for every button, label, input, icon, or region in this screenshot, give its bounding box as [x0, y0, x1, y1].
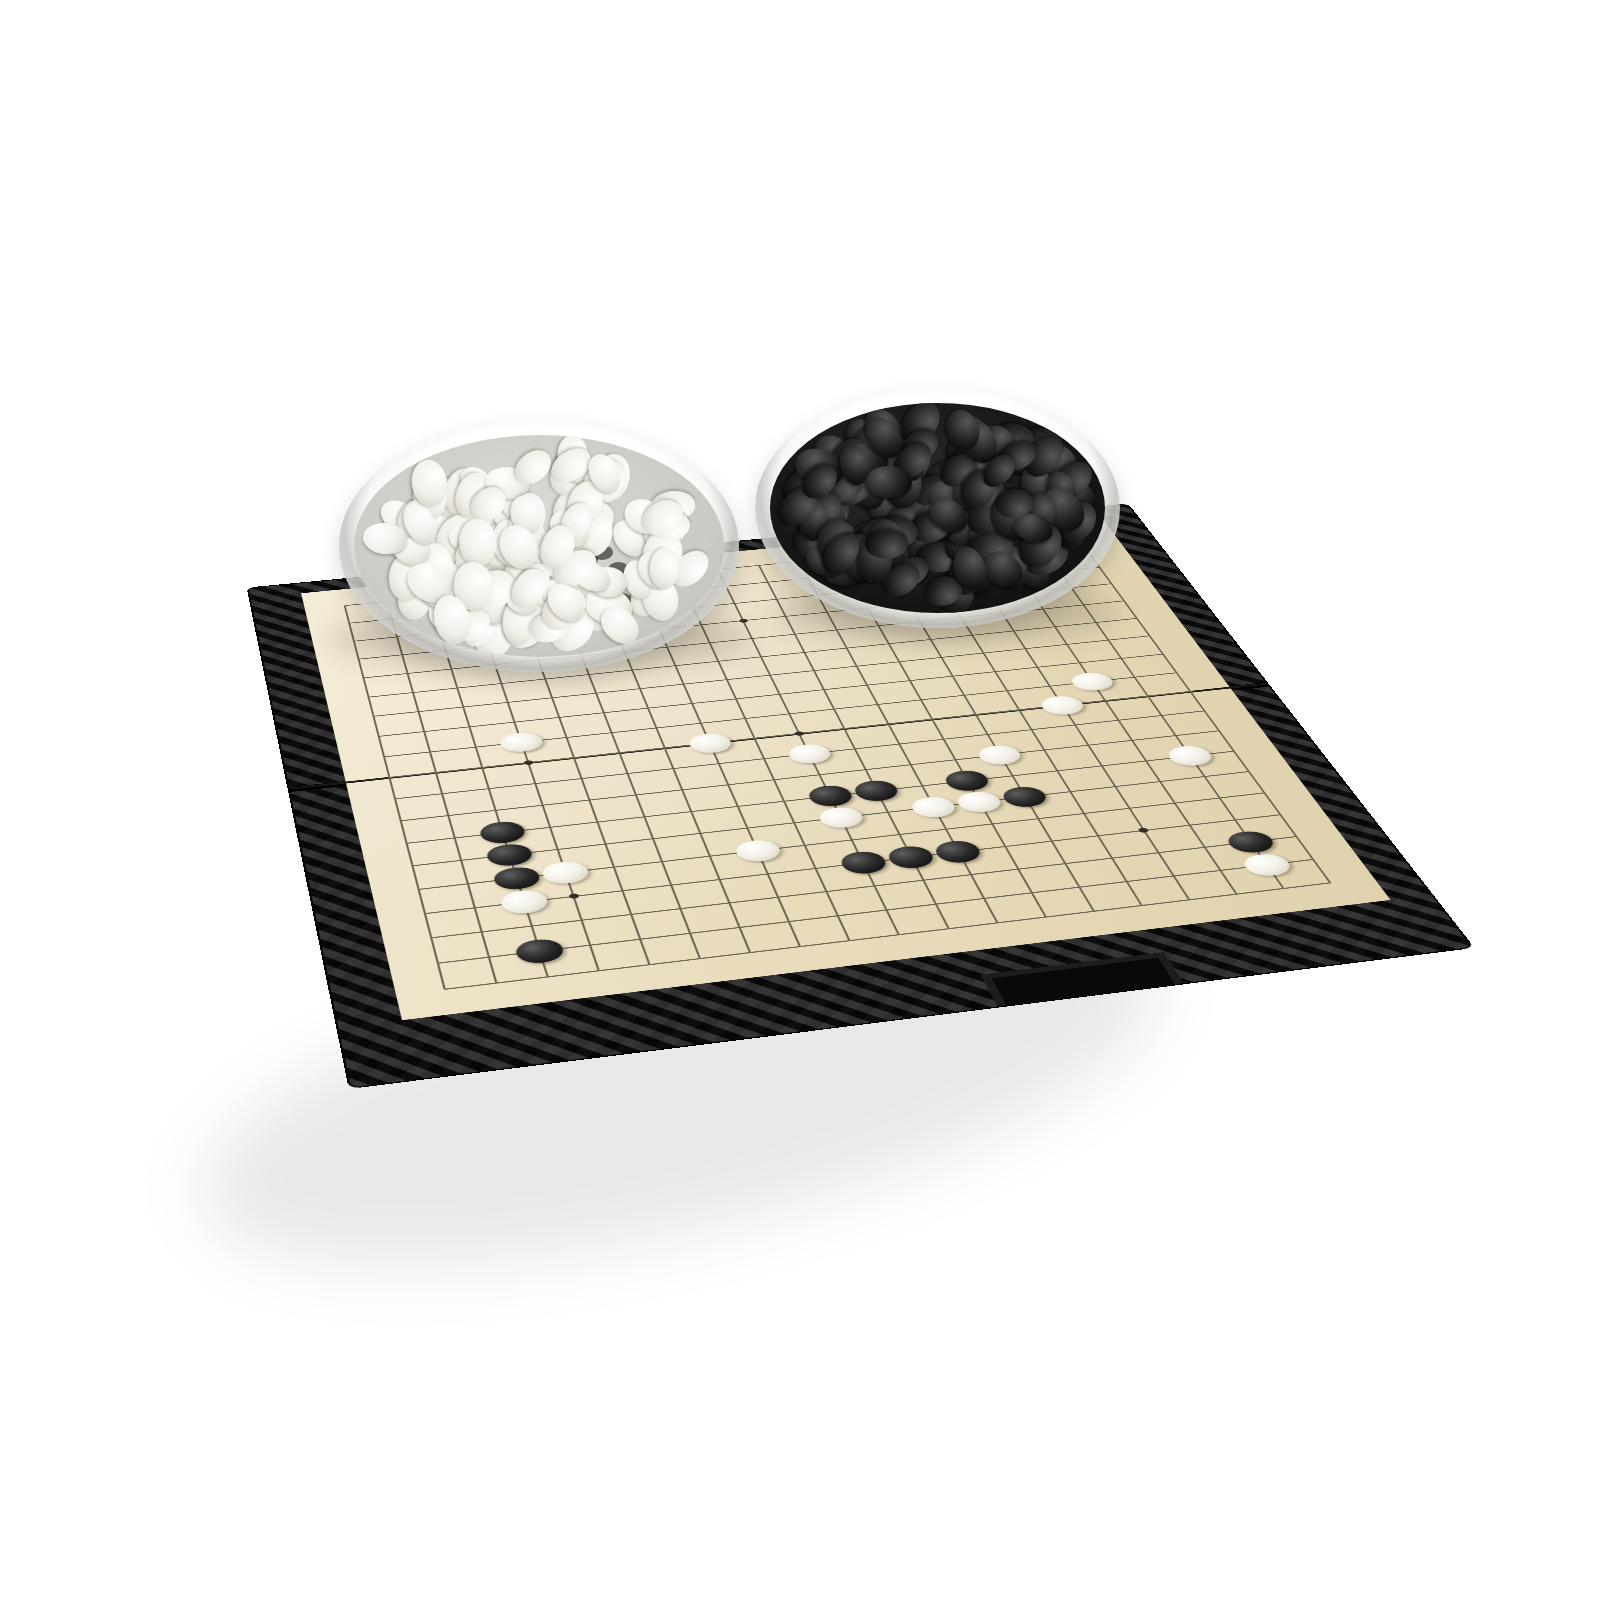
- bowl-black-stone: [865, 530, 908, 559]
- intersection: [620, 949, 680, 981]
- black-bowl-interior: [770, 403, 1105, 613]
- bowl-black-stone: [865, 466, 912, 498]
- intersection: [569, 955, 629, 987]
- go-set-product-photo: [0, 0, 1600, 1600]
- intersection: [415, 973, 474, 1005]
- intersection: [518, 961, 577, 993]
- intersection: [467, 967, 526, 999]
- white-stone-bowl: [339, 420, 739, 672]
- black-stone-bowl: [755, 388, 1120, 628]
- white-bowl-interior: [354, 435, 724, 657]
